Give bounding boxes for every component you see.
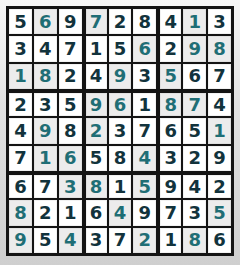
cell-r8c8[interactable]: 3 xyxy=(183,200,206,225)
cell-r4c5[interactable]: 6 xyxy=(109,91,132,116)
cell-r7c8[interactable]: 4 xyxy=(183,173,206,198)
cell-r6c6[interactable]: 4 xyxy=(133,146,156,171)
cell-r4c8[interactable]: 7 xyxy=(183,91,206,116)
cell-r1c6[interactable]: 8 xyxy=(133,9,156,34)
cell-r2c9[interactable]: 8 xyxy=(208,36,231,61)
cell-r4c4[interactable]: 9 xyxy=(84,91,107,116)
cell-r1c3[interactable]: 9 xyxy=(59,9,82,34)
cell-r5c7[interactable]: 6 xyxy=(158,118,181,143)
cell-r3c1[interactable]: 1 xyxy=(9,64,32,89)
cell-r6c7[interactable]: 3 xyxy=(158,146,181,171)
cell-r2c7[interactable]: 2 xyxy=(158,36,181,61)
cell-r4c3[interactable]: 5 xyxy=(59,91,82,116)
cell-r9c2[interactable]: 5 xyxy=(34,228,57,253)
cell-r1c9[interactable]: 3 xyxy=(208,9,231,34)
cell-r9c1[interactable]: 9 xyxy=(9,228,32,253)
cell-r6c4[interactable]: 5 xyxy=(84,146,107,171)
cell-r6c9[interactable]: 9 xyxy=(208,146,231,171)
cell-r8c7[interactable]: 7 xyxy=(158,200,181,225)
cell-r5c8[interactable]: 5 xyxy=(183,118,206,143)
cell-r1c1[interactable]: 5 xyxy=(9,9,32,34)
cell-r2c1[interactable]: 3 xyxy=(9,36,32,61)
cell-r6c2[interactable]: 1 xyxy=(34,146,57,171)
cell-r6c1[interactable]: 7 xyxy=(9,146,32,171)
cell-r7c5[interactable]: 1 xyxy=(109,173,132,198)
sudoku-board: 5697284133471562981824935672359618744982… xyxy=(6,6,234,256)
cell-r7c4[interactable]: 8 xyxy=(84,173,107,198)
cell-r8c3[interactable]: 1 xyxy=(59,200,82,225)
cell-r4c7[interactable]: 8 xyxy=(158,91,181,116)
cell-r3c9[interactable]: 7 xyxy=(208,64,231,89)
sudoku-window: 5697284133471562981824935672359618744982… xyxy=(0,0,240,265)
cell-r2c2[interactable]: 4 xyxy=(34,36,57,61)
cell-r2c5[interactable]: 5 xyxy=(109,36,132,61)
cell-r4c2[interactable]: 3 xyxy=(34,91,57,116)
cell-r5c4[interactable]: 2 xyxy=(84,118,107,143)
cell-r5c5[interactable]: 3 xyxy=(109,118,132,143)
cell-r8c1[interactable]: 8 xyxy=(9,200,32,225)
cell-r8c5[interactable]: 4 xyxy=(109,200,132,225)
cell-r4c6[interactable]: 1 xyxy=(133,91,156,116)
cell-r5c2[interactable]: 9 xyxy=(34,118,57,143)
cell-r9c7[interactable]: 1 xyxy=(158,228,181,253)
cell-r7c1[interactable]: 6 xyxy=(9,173,32,198)
cell-r1c8[interactable]: 1 xyxy=(183,9,206,34)
cell-r1c5[interactable]: 2 xyxy=(109,9,132,34)
cell-r9c8[interactable]: 8 xyxy=(183,228,206,253)
cell-r6c3[interactable]: 6 xyxy=(59,146,82,171)
cell-r9c4[interactable]: 3 xyxy=(84,228,107,253)
cell-r9c9[interactable]: 6 xyxy=(208,228,231,253)
cell-r3c4[interactable]: 4 xyxy=(84,64,107,89)
cell-r8c4[interactable]: 6 xyxy=(84,200,107,225)
cell-r4c9[interactable]: 4 xyxy=(208,91,231,116)
cell-r9c3[interactable]: 4 xyxy=(59,228,82,253)
cell-r3c7[interactable]: 5 xyxy=(158,64,181,89)
cell-r6c5[interactable]: 8 xyxy=(109,146,132,171)
cell-r1c2[interactable]: 6 xyxy=(34,9,57,34)
cell-r5c9[interactable]: 1 xyxy=(208,118,231,143)
cell-r7c9[interactable]: 2 xyxy=(208,173,231,198)
cell-r3c5[interactable]: 9 xyxy=(109,64,132,89)
cell-r5c1[interactable]: 4 xyxy=(9,118,32,143)
cell-r7c6[interactable]: 5 xyxy=(133,173,156,198)
cell-r3c3[interactable]: 2 xyxy=(59,64,82,89)
cell-r1c7[interactable]: 4 xyxy=(158,9,181,34)
cell-r2c8[interactable]: 9 xyxy=(183,36,206,61)
cell-r5c6[interactable]: 7 xyxy=(133,118,156,143)
cell-r3c8[interactable]: 6 xyxy=(183,64,206,89)
cell-r1c4[interactable]: 7 xyxy=(84,9,107,34)
cell-r8c9[interactable]: 5 xyxy=(208,200,231,225)
cell-r8c2[interactable]: 2 xyxy=(34,200,57,225)
cell-r9c5[interactable]: 7 xyxy=(109,228,132,253)
cell-r4c1[interactable]: 2 xyxy=(9,91,32,116)
cell-r7c3[interactable]: 3 xyxy=(59,173,82,198)
cell-r7c2[interactable]: 7 xyxy=(34,173,57,198)
cell-r6c8[interactable]: 2 xyxy=(183,146,206,171)
cell-r7c7[interactable]: 9 xyxy=(158,173,181,198)
cell-r9c6[interactable]: 2 xyxy=(133,228,156,253)
cell-r5c3[interactable]: 8 xyxy=(59,118,82,143)
cell-r2c4[interactable]: 1 xyxy=(84,36,107,61)
cell-r3c6[interactable]: 3 xyxy=(133,64,156,89)
cell-r8c6[interactable]: 9 xyxy=(133,200,156,225)
cell-r2c6[interactable]: 6 xyxy=(133,36,156,61)
sudoku-grid: 5697284133471562981824935672359618744982… xyxy=(9,9,231,253)
cell-r2c3[interactable]: 7 xyxy=(59,36,82,61)
cell-r3c2[interactable]: 8 xyxy=(34,64,57,89)
